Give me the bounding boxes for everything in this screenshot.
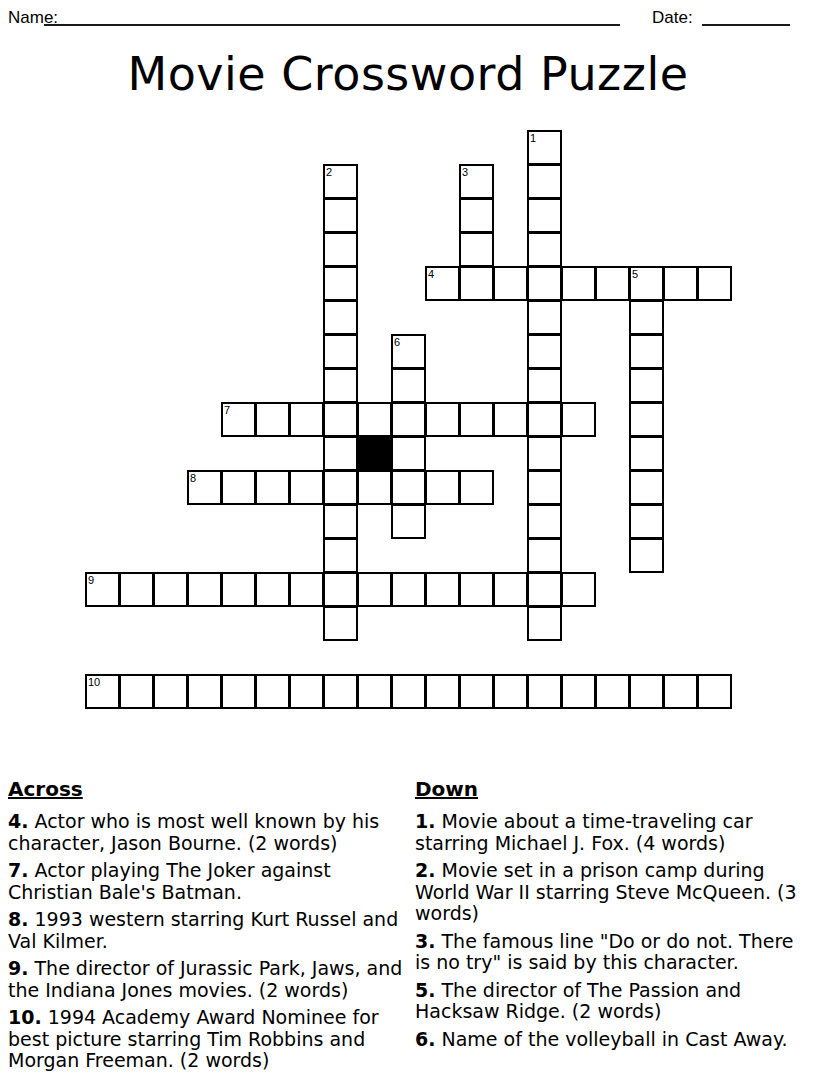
clue-number: 10.	[8, 1006, 42, 1028]
across-clue-list: 4. Actor who is most well known by his c…	[8, 811, 405, 1072]
grid-cell[interactable]	[425, 470, 460, 505]
grid-cell[interactable]	[527, 130, 562, 165]
across-clue: 9. The director of Jurassic Park, Jaws, …	[8, 958, 405, 1001]
black-cell	[357, 436, 392, 471]
grid-cell[interactable]	[323, 334, 358, 369]
down-clues-section: Down 1. Movie about a time-traveling car…	[415, 777, 814, 1056]
across-clue: 4. Actor who is most well known by his c…	[8, 811, 405, 854]
grid-cell[interactable]	[629, 334, 664, 369]
down-clue-list: 1. Movie about a time-traveling car star…	[415, 811, 814, 1050]
grid-cell[interactable]	[459, 198, 494, 233]
grid-cell[interactable]	[459, 470, 494, 505]
grid-cell[interactable]	[493, 266, 528, 301]
grid-cell[interactable]	[187, 674, 222, 709]
grid-cell[interactable]	[119, 572, 154, 607]
grid-cell[interactable]	[527, 232, 562, 267]
grid-cell[interactable]	[527, 436, 562, 471]
grid-cell[interactable]	[255, 674, 290, 709]
grid-cell[interactable]	[221, 470, 256, 505]
grid-cell[interactable]	[323, 606, 358, 641]
grid-cell[interactable]	[391, 436, 426, 471]
grid-cell[interactable]	[527, 198, 562, 233]
grid-cell[interactable]	[323, 674, 358, 709]
grid-cell[interactable]	[221, 402, 256, 437]
grid-cell[interactable]	[629, 402, 664, 437]
grid-cell[interactable]	[323, 368, 358, 403]
across-clues-section: Across 4. Actor who is most well known b…	[8, 777, 405, 1078]
down-clue: 6. Name of the volleyball in Cast Away.	[415, 1029, 814, 1051]
clue-number: 3.	[415, 930, 435, 952]
clue-text: The famous line "Do or do not. There is …	[415, 930, 794, 974]
grid-cell[interactable]	[391, 572, 426, 607]
page-title: Movie Crossword Puzzle	[0, 47, 816, 101]
grid-cell[interactable]	[459, 232, 494, 267]
clue-text: Actor who is most well known by his char…	[8, 810, 379, 854]
grid-cell[interactable]	[663, 266, 698, 301]
grid-cell[interactable]	[187, 572, 222, 607]
grid-cell[interactable]	[391, 334, 426, 369]
grid-cell[interactable]	[629, 538, 664, 573]
clue-text: The director of Jurassic Park, Jaws, and…	[8, 957, 402, 1001]
clue-text: The director of The Passion and Hacksaw …	[415, 979, 741, 1023]
grid-cell[interactable]	[527, 504, 562, 539]
grid-cell[interactable]	[323, 300, 358, 335]
clue-number: 5.	[415, 979, 435, 1001]
grid-cell[interactable]	[459, 402, 494, 437]
grid-cell[interactable]	[425, 572, 460, 607]
across-clue: 8. 1993 western starring Kurt Russel and…	[8, 909, 405, 952]
grid-cell[interactable]	[527, 470, 562, 505]
grid-cell[interactable]	[527, 572, 562, 607]
grid-cell[interactable]	[527, 402, 562, 437]
down-clue: 1. Movie about a time-traveling car star…	[415, 811, 814, 854]
grid-cell[interactable]	[527, 300, 562, 335]
grid-cell[interactable]	[425, 266, 460, 301]
grid-cell[interactable]	[391, 402, 426, 437]
grid-cell[interactable]	[221, 572, 256, 607]
grid-cell[interactable]	[629, 368, 664, 403]
clue-text: Name of the volleyball in Cast Away.	[435, 1028, 787, 1050]
grid-cell[interactable]	[187, 470, 222, 505]
date-label: Date:	[652, 8, 693, 28]
grid-cell[interactable]	[289, 674, 324, 709]
down-heading: Down	[415, 777, 814, 801]
grid-cell[interactable]	[663, 674, 698, 709]
grid-cell[interactable]	[595, 674, 630, 709]
clue-number: 2.	[415, 859, 435, 881]
grid-cell[interactable]	[85, 674, 120, 709]
clue-text: 1993 western starring Kurt Russel and Va…	[8, 908, 398, 952]
across-clue: 10. 1994 Academy Award Nominee for best …	[8, 1007, 405, 1072]
grid-cell[interactable]	[221, 674, 256, 709]
grid-cell[interactable]	[357, 402, 392, 437]
clue-number: 1.	[415, 810, 435, 832]
clue-number: 7.	[8, 859, 28, 881]
grid-cell[interactable]	[629, 470, 664, 505]
grid-cell[interactable]	[323, 164, 358, 199]
grid-cell[interactable]	[629, 674, 664, 709]
grid-cell[interactable]	[323, 504, 358, 539]
grid-cell[interactable]	[357, 572, 392, 607]
grid-cell[interactable]	[629, 300, 664, 335]
grid-cell[interactable]	[391, 470, 426, 505]
grid-cell[interactable]	[391, 368, 426, 403]
grid-cell[interactable]	[459, 674, 494, 709]
date-blank-line[interactable]	[702, 24, 790, 26]
grid-cell[interactable]	[527, 334, 562, 369]
grid-cell[interactable]	[425, 402, 460, 437]
grid-cell[interactable]	[323, 572, 358, 607]
grid-cell[interactable]	[493, 402, 528, 437]
grid-cell[interactable]	[697, 266, 732, 301]
across-heading: Across	[8, 777, 405, 801]
down-clue: 3. The famous line "Do or do not. There …	[415, 931, 814, 974]
crossword-grid: 12345678910	[85, 130, 733, 710]
grid-cell[interactable]	[323, 232, 358, 267]
grid-cell[interactable]	[493, 674, 528, 709]
grid-cell[interactable]	[153, 572, 188, 607]
grid-cell[interactable]	[323, 470, 358, 505]
clue-number: 9.	[8, 957, 28, 979]
clue-text: Movie about a time-traveling car starrin…	[415, 810, 753, 854]
grid-cell[interactable]	[255, 402, 290, 437]
grid-cell[interactable]	[323, 402, 358, 437]
down-clue: 5. The director of The Passion and Hacks…	[415, 980, 814, 1023]
grid-cell[interactable]	[323, 538, 358, 573]
clue-number: 4.	[8, 810, 28, 832]
grid-cell[interactable]	[561, 266, 596, 301]
grid-cell[interactable]	[527, 606, 562, 641]
grid-cell[interactable]	[391, 674, 426, 709]
grid-cell[interactable]	[493, 572, 528, 607]
clue-text: Movie set in a prison camp during World …	[415, 859, 797, 924]
grid-cell[interactable]	[527, 674, 562, 709]
across-clue: 7. Actor playing The Joker against Chris…	[8, 860, 405, 903]
grid-cell[interactable]	[629, 436, 664, 471]
grid-cell[interactable]	[527, 164, 562, 199]
grid-cell[interactable]	[323, 266, 358, 301]
grid-cell[interactable]	[289, 402, 324, 437]
grid-cell[interactable]	[629, 266, 664, 301]
grid-cell[interactable]	[357, 674, 392, 709]
grid-cell[interactable]	[527, 538, 562, 573]
grid-cell[interactable]	[697, 674, 732, 709]
grid-cell[interactable]	[561, 402, 596, 437]
grid-cell[interactable]	[425, 674, 460, 709]
grid-cell[interactable]	[119, 674, 154, 709]
grid-cell[interactable]	[595, 266, 630, 301]
grid-cell[interactable]	[561, 572, 596, 607]
grid-cell[interactable]	[527, 266, 562, 301]
down-clue: 2. Movie set in a prison camp during Wor…	[415, 860, 814, 925]
grid-cell[interactable]	[153, 674, 188, 709]
worksheet: Name: Date: Movie Crossword Puzzle 12345…	[0, 0, 816, 1083]
clue-number: 8.	[8, 908, 28, 930]
grid-cell[interactable]	[459, 266, 494, 301]
grid-cell[interactable]	[289, 470, 324, 505]
clue-text: Actor playing The Joker against Christia…	[8, 859, 331, 903]
clue-text: 1994 Academy Award Nominee for best pict…	[8, 1006, 379, 1071]
grid-cell[interactable]	[527, 368, 562, 403]
name-blank-line[interactable]	[44, 24, 620, 26]
grid-cell[interactable]	[323, 198, 358, 233]
grid-cell[interactable]	[255, 572, 290, 607]
grid-cell[interactable]	[391, 504, 426, 539]
grid-cell[interactable]	[561, 674, 596, 709]
grid-cell[interactable]	[255, 470, 290, 505]
grid-cell[interactable]	[323, 436, 358, 471]
grid-cell[interactable]	[459, 164, 494, 199]
grid-cell[interactable]	[289, 572, 324, 607]
grid-cell[interactable]	[459, 572, 494, 607]
grid-cell[interactable]	[629, 504, 664, 539]
grid-cell[interactable]	[357, 470, 392, 505]
clue-number: 6.	[415, 1028, 435, 1050]
grid-cell[interactable]	[85, 572, 120, 607]
